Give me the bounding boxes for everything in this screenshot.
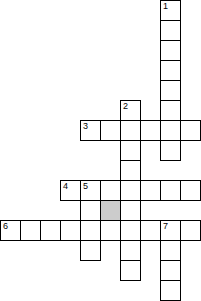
crossword-cell[interactable]: [180, 220, 201, 241]
shaded-cell: [100, 200, 121, 221]
crossword-cell[interactable]: 6: [0, 220, 21, 241]
crossword-cell[interactable]: [160, 180, 181, 201]
crossword-cell[interactable]: [120, 200, 141, 221]
crossword-cell[interactable]: [160, 240, 181, 261]
crossword-cell[interactable]: [160, 280, 181, 301]
crossword-cell[interactable]: [160, 20, 181, 41]
crossword-cell[interactable]: [100, 180, 121, 201]
crossword-cell[interactable]: [80, 200, 101, 221]
crossword-cell[interactable]: [160, 140, 181, 161]
clue-number: 6: [3, 221, 8, 231]
crossword-cell[interactable]: [140, 120, 161, 141]
clue-number: 1: [163, 1, 168, 11]
crossword-cell[interactable]: [180, 120, 201, 141]
crossword-cell[interactable]: [120, 260, 141, 281]
crossword-cell[interactable]: [180, 180, 201, 201]
crossword-cell[interactable]: [120, 120, 141, 141]
clue-number: 2: [123, 101, 128, 111]
crossword-cell[interactable]: [160, 40, 181, 61]
crossword-cell[interactable]: 7: [160, 220, 181, 241]
crossword-cell[interactable]: 1: [160, 0, 181, 21]
crossword-cell[interactable]: 4: [60, 180, 81, 201]
crossword-cell[interactable]: [40, 220, 61, 241]
crossword-cell[interactable]: [160, 100, 181, 121]
crossword-cell[interactable]: [120, 140, 141, 161]
crossword-cell[interactable]: 2: [120, 100, 141, 121]
crossword-board: 1234567: [0, 0, 201, 301]
crossword-cell[interactable]: 3: [80, 120, 101, 141]
crossword-cell[interactable]: [160, 120, 181, 141]
crossword-cell[interactable]: [160, 60, 181, 81]
crossword-cell[interactable]: [160, 260, 181, 281]
crossword-cell[interactable]: [120, 180, 141, 201]
crossword-cell[interactable]: [100, 220, 121, 241]
crossword-cell[interactable]: 5: [80, 180, 101, 201]
clue-number: 7: [163, 221, 168, 231]
crossword-cell[interactable]: [160, 80, 181, 101]
crossword-cell[interactable]: [120, 220, 141, 241]
clue-number: 3: [83, 121, 88, 131]
clue-number: 5: [83, 181, 88, 191]
crossword-cell[interactable]: [60, 220, 81, 241]
crossword-cell[interactable]: [100, 120, 121, 141]
crossword-cell[interactable]: [120, 240, 141, 261]
crossword-cell[interactable]: [140, 220, 161, 241]
crossword-cell[interactable]: [80, 240, 101, 261]
crossword-cell[interactable]: [140, 180, 161, 201]
crossword-cell[interactable]: [120, 160, 141, 181]
crossword-cell[interactable]: [20, 220, 41, 241]
clue-number: 4: [63, 181, 68, 191]
crossword-cell[interactable]: [80, 220, 101, 241]
